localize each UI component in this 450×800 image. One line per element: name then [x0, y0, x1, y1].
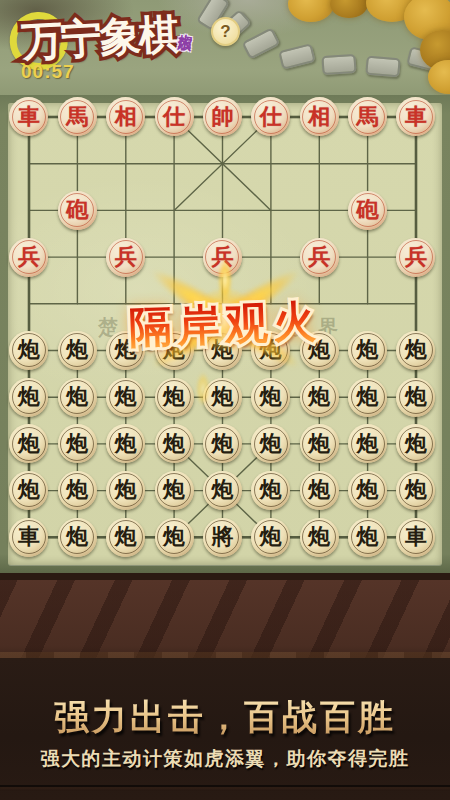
piece-glyph: 馬 [66, 106, 88, 128]
piece-black-炮[interactable]: 炮 [9, 424, 48, 463]
piece-glyph: 相 [308, 106, 330, 128]
piece-red-砲[interactable]: 砲 [58, 191, 97, 230]
piece-glyph: 炮 [66, 386, 88, 408]
piece-glyph: 炮 [163, 479, 185, 501]
piece-black-炮[interactable]: 炮 [9, 471, 48, 510]
stone-path [278, 43, 316, 70]
piece-black-將[interactable]: 將 [203, 518, 242, 557]
piece-glyph: 炮 [163, 433, 185, 455]
help-button[interactable]: ? [211, 17, 240, 46]
piece-glyph: 炮 [115, 386, 137, 408]
piece-glyph: 炮 [357, 433, 379, 455]
piece-red-兵[interactable]: 兵 [300, 238, 339, 277]
piece-glyph: 炮 [66, 526, 88, 548]
piece-glyph: 炮 [115, 526, 137, 548]
piece-black-炮[interactable]: 炮 [300, 518, 339, 557]
piece-black-炮[interactable]: 炮 [203, 378, 242, 417]
piece-glyph: 車 [405, 526, 427, 548]
piece-glyph: 炮 [211, 386, 233, 408]
autumn-leaves [330, 0, 368, 18]
stone-path [365, 56, 401, 78]
piece-black-炮[interactable]: 炮 [106, 471, 145, 510]
piece-black-炮[interactable]: 炮 [396, 424, 435, 463]
piece-black-炮[interactable]: 炮 [348, 471, 387, 510]
piece-glyph: 炮 [405, 479, 427, 501]
piece-black-炮[interactable]: 炮 [155, 518, 194, 557]
piece-black-炮[interactable]: 炮 [106, 424, 145, 463]
piece-glyph: 炮 [308, 479, 330, 501]
piece-red-馬[interactable]: 馬 [58, 97, 97, 136]
piece-glyph: 炮 [211, 433, 233, 455]
piece-glyph: 仕 [260, 106, 282, 128]
piece-black-炮[interactable]: 炮 [203, 424, 242, 463]
piece-red-車[interactable]: 車 [9, 97, 48, 136]
piece-black-炮[interactable]: 炮 [106, 378, 145, 417]
piece-red-車[interactable]: 車 [396, 97, 435, 136]
app-screen: 楚河 漢界 車馬相仕帥仕相馬車砲砲兵兵兵兵兵炮炮炮炮炮炮炮炮炮炮炮炮炮炮炮炮炮炮… [0, 0, 450, 800]
piece-glyph: 炮 [163, 386, 185, 408]
piece-black-炮[interactable]: 炮 [348, 424, 387, 463]
piece-glyph: 兵 [308, 246, 330, 268]
app-title: 万宁象棋 [21, 11, 179, 65]
piece-black-炮[interactable]: 炮 [348, 518, 387, 557]
piece-glyph: 車 [18, 526, 40, 548]
piece-glyph: 炮 [18, 386, 40, 408]
piece-black-炮[interactable]: 炮 [396, 378, 435, 417]
piece-glyph: 炮 [260, 433, 282, 455]
piece-black-炮[interactable]: 炮 [58, 424, 97, 463]
piece-glyph: 車 [18, 106, 40, 128]
piece-glyph: 炮 [163, 526, 185, 548]
promo-subline: 强大的主动计策如虎添翼，助你夺得完胜 [0, 746, 450, 772]
piece-glyph: 兵 [18, 246, 40, 268]
piece-glyph: 炮 [260, 386, 282, 408]
piece-black-炮[interactable]: 炮 [58, 518, 97, 557]
stone-path [242, 27, 281, 59]
wood-seam [0, 785, 450, 787]
piece-glyph: 砲 [357, 199, 379, 221]
piece-glyph: 炮 [260, 526, 282, 548]
piece-black-炮[interactable]: 炮 [58, 378, 97, 417]
piece-red-兵[interactable]: 兵 [396, 238, 435, 277]
piece-black-炮[interactable]: 炮 [396, 471, 435, 510]
piece-red-兵[interactable]: 兵 [9, 238, 48, 277]
piece-red-兵[interactable]: 兵 [203, 238, 242, 277]
piece-glyph: 炮 [357, 526, 379, 548]
piece-glyph: 相 [115, 106, 137, 128]
piece-glyph: 炮 [405, 433, 427, 455]
piece-red-帥[interactable]: 帥 [203, 97, 242, 136]
piece-glyph: 兵 [405, 246, 427, 268]
piece-red-兵[interactable]: 兵 [106, 238, 145, 277]
piece-black-炮[interactable]: 炮 [155, 378, 194, 417]
piece-glyph: 炮 [308, 433, 330, 455]
piece-black-炮[interactable]: 炮 [9, 378, 48, 417]
piece-red-相[interactable]: 相 [106, 97, 145, 136]
piece-glyph: 炮 [18, 433, 40, 455]
piece-black-炮[interactable]: 炮 [58, 471, 97, 510]
piece-black-炮[interactable]: 炮 [251, 518, 290, 557]
skill-banner-text: 隔岸观火 [128, 298, 322, 352]
piece-black-炮[interactable]: 炮 [251, 378, 290, 417]
game-timer: 00:57 [21, 61, 75, 83]
piece-black-炮[interactable]: 炮 [300, 471, 339, 510]
piece-glyph: 炮 [66, 479, 88, 501]
piece-glyph: 車 [405, 106, 427, 128]
piece-red-馬[interactable]: 馬 [348, 97, 387, 136]
piece-glyph: 炮 [18, 479, 40, 501]
piece-glyph: 炮 [357, 386, 379, 408]
piece-glyph: 炮 [308, 526, 330, 548]
table-edge [0, 573, 450, 580]
piece-red-砲[interactable]: 砲 [348, 191, 387, 230]
piece-red-相[interactable]: 相 [300, 97, 339, 136]
stone-path [321, 54, 356, 75]
piece-black-車[interactable]: 車 [9, 518, 48, 557]
piece-glyph: 帥 [211, 106, 233, 128]
piece-glyph: 仕 [163, 106, 185, 128]
piece-black-炮[interactable]: 炮 [251, 424, 290, 463]
piece-glyph: 兵 [115, 246, 137, 268]
piece-black-炮[interactable]: 炮 [251, 471, 290, 510]
piece-red-仕[interactable]: 仕 [155, 97, 194, 136]
piece-glyph: 炮 [357, 479, 379, 501]
piece-black-車[interactable]: 車 [396, 518, 435, 557]
piece-glyph: 炮 [66, 433, 88, 455]
piece-glyph: 馬 [357, 106, 379, 128]
piece-black-炮[interactable]: 炮 [203, 471, 242, 510]
piece-black-炮[interactable]: 炮 [348, 378, 387, 417]
piece-glyph: 炮 [211, 479, 233, 501]
piece-glyph: 炮 [115, 433, 137, 455]
piece-red-仕[interactable]: 仕 [251, 97, 290, 136]
piece-black-炮[interactable]: 炮 [155, 424, 194, 463]
piece-glyph: 兵 [211, 246, 233, 268]
table-wood-band [0, 580, 450, 658]
piece-glyph: 炮 [405, 386, 427, 408]
promo-headline: 强力出击，百战百胜 [0, 694, 450, 741]
piece-black-炮[interactable]: 炮 [106, 518, 145, 557]
question-mark-icon: ? [220, 22, 230, 42]
piece-glyph: 炮 [115, 479, 137, 501]
piece-black-炮[interactable]: 炮 [300, 378, 339, 417]
piece-glyph: 炮 [260, 479, 282, 501]
piece-glyph: 砲 [66, 199, 88, 221]
piece-black-炮[interactable]: 炮 [155, 471, 194, 510]
piece-black-炮[interactable]: 炮 [300, 424, 339, 463]
piece-glyph: 炮 [308, 386, 330, 408]
autumn-leaves [288, 0, 334, 22]
piece-glyph: 將 [211, 526, 233, 548]
